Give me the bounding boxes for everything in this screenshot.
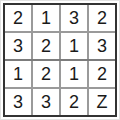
grid-cell-r2c4: 3 [89,33,115,59]
grid-cell-r4c1: 3 [5,89,31,115]
page: 213232131212332Z [0,0,120,120]
number-grid-board: 213232131212332Z [3,3,117,117]
grid-cell-r4c4: Z [89,89,115,115]
grid-cell-r1c2: 1 [33,5,59,31]
grid-cell-r1c1: 2 [5,5,31,31]
grid-cell-r3c2: 2 [33,61,59,87]
grid-cell-r3c1: 1 [5,61,31,87]
grid-cell-r3c4: 2 [89,61,115,87]
grid-cell-r2c3: 1 [61,33,87,59]
grid-cell-r1c3: 3 [61,5,87,31]
grid-cell-r4c3: 2 [61,89,87,115]
grid-cell-r1c4: 2 [89,5,115,31]
grid-cell-r3c3: 1 [61,61,87,87]
grid-cell-r4c2: 3 [33,89,59,115]
grid-cell-r2c1: 3 [5,33,31,59]
grid-cell-r2c2: 2 [33,33,59,59]
